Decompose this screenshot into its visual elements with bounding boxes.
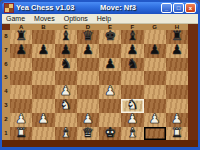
square-h5[interactable] (166, 71, 188, 85)
white-bishop[interactable]: ♝ (55, 126, 77, 140)
white-rook[interactable]: ♜ (10, 126, 32, 140)
white-pawn[interactable]: ♟ (10, 112, 32, 126)
square-c1[interactable]: ♝ (55, 127, 77, 141)
square-e3[interactable] (99, 99, 121, 113)
square-d1[interactable]: ♛ (77, 127, 99, 141)
title-bar[interactable]: Yea Chess v1.03 Move: Nf3 _ □ x (2, 2, 198, 14)
black-pawn[interactable]: ♟ (99, 57, 121, 71)
chessboard-icon (4, 3, 14, 13)
minimize-button[interactable]: _ (161, 3, 172, 13)
window-title: Yea Chess v1.03 (16, 2, 74, 14)
square-a1[interactable]: ♜ (10, 127, 32, 141)
rank-label-1: 1 (2, 127, 10, 141)
square-g1[interactable] (144, 127, 166, 141)
rank-label-3: 3 (2, 99, 10, 113)
square-f6[interactable]: ♞ (121, 58, 143, 72)
board-right-margin (188, 24, 198, 140)
square-g7[interactable]: ♟ (144, 44, 166, 58)
white-king[interactable]: ♚ (99, 126, 121, 140)
close-button[interactable]: x (185, 3, 196, 13)
square-d5[interactable] (77, 71, 99, 85)
square-a5[interactable] (10, 71, 32, 85)
square-h1[interactable]: ♜ (166, 127, 188, 141)
window-controls: _ □ x (161, 3, 196, 13)
square-b2[interactable]: ♟ (32, 113, 54, 127)
square-b1[interactable] (32, 127, 54, 141)
black-rook[interactable]: ♜ (166, 29, 188, 43)
menu-moves[interactable]: Moves (34, 14, 55, 23)
square-h4[interactable] (166, 85, 188, 99)
chess-board[interactable]: ♜♝♛♚♝♜♟♟♟♟♟♟♟♞♟♞♟♟♞♞♟♟♟♟♟♟♜♝♛♚♝♜ (10, 30, 188, 140)
black-pawn[interactable]: ♟ (77, 43, 99, 57)
square-b5[interactable] (32, 71, 54, 85)
black-pawn[interactable]: ♟ (10, 43, 32, 57)
black-knight[interactable]: ♞ (121, 57, 143, 71)
rank-label-4: 4 (2, 85, 10, 99)
black-pawn[interactable]: ♟ (144, 43, 166, 57)
square-d7[interactable]: ♟ (77, 44, 99, 58)
rank-labels: 87654321 (2, 30, 10, 140)
black-king[interactable]: ♚ (99, 29, 121, 43)
rank-label-2: 2 (2, 113, 10, 127)
square-d4[interactable] (77, 85, 99, 99)
white-pawn[interactable]: ♟ (32, 112, 54, 126)
white-rook[interactable]: ♜ (166, 126, 188, 140)
white-queen[interactable]: ♛ (77, 126, 99, 140)
black-pawn[interactable]: ♟ (32, 43, 54, 57)
rank-label-5: 5 (2, 71, 10, 85)
white-knight[interactable]: ♞ (121, 98, 143, 112)
square-b4[interactable] (32, 85, 54, 99)
square-g5[interactable] (144, 71, 166, 85)
white-pawn[interactable]: ♟ (121, 112, 143, 126)
white-pawn[interactable]: ♟ (144, 112, 166, 126)
black-pawn[interactable]: ♟ (121, 43, 143, 57)
square-g4[interactable] (144, 85, 166, 99)
menu-options[interactable]: Options (64, 14, 88, 23)
square-g2[interactable]: ♟ (144, 113, 166, 127)
square-b7[interactable]: ♟ (32, 44, 54, 58)
square-b6[interactable] (32, 58, 54, 72)
square-a6[interactable] (10, 58, 32, 72)
square-h7[interactable]: ♟ (166, 44, 188, 58)
board-bottom-margin (2, 140, 198, 149)
rank-label-6: 6 (2, 58, 10, 72)
rank-label-7: 7 (2, 44, 10, 58)
menu-bar: Game Moves Options Help (2, 14, 198, 24)
square-c6[interactable]: ♞ (55, 58, 77, 72)
white-knight[interactable]: ♞ (55, 98, 77, 112)
black-pawn[interactable]: ♟ (166, 43, 188, 57)
menu-help[interactable]: Help (97, 14, 111, 23)
black-bishop[interactable]: ♝ (121, 29, 143, 43)
square-e8[interactable]: ♚ (99, 30, 121, 44)
square-e1[interactable]: ♚ (99, 127, 121, 141)
black-pawn[interactable]: ♟ (55, 43, 77, 57)
square-e4[interactable]: ♟ (99, 85, 121, 99)
square-d6[interactable] (77, 58, 99, 72)
white-pawn[interactable]: ♟ (77, 112, 99, 126)
white-pawn[interactable]: ♟ (99, 84, 121, 98)
black-bishop[interactable]: ♝ (55, 29, 77, 43)
black-queen[interactable]: ♛ (77, 29, 99, 43)
move-indicator: Move: Nf3 (100, 2, 136, 14)
white-pawn[interactable]: ♟ (166, 112, 188, 126)
black-rook[interactable]: ♜ (10, 29, 32, 43)
square-g6[interactable] (144, 58, 166, 72)
square-f1[interactable]: ♝ (121, 127, 143, 141)
square-c3[interactable]: ♞ (55, 99, 77, 113)
white-bishop[interactable]: ♝ (121, 126, 143, 140)
rank-label-8: 8 (2, 30, 10, 44)
square-f5[interactable] (121, 71, 143, 85)
square-a4[interactable] (10, 85, 32, 99)
maximize-button[interactable]: □ (173, 3, 184, 13)
square-e6[interactable]: ♟ (99, 58, 121, 72)
black-knight[interactable]: ♞ (55, 57, 77, 71)
app-window: Yea Chess v1.03 Move: Nf3 _ □ x Game Mov… (0, 0, 200, 150)
square-a7[interactable]: ♟ (10, 44, 32, 58)
square-h6[interactable] (166, 58, 188, 72)
menu-game[interactable]: Game (6, 14, 25, 23)
board-area: ABCDEFGH 87654321 ♜♝♛♚♝♜♟♟♟♟♟♟♟♞♟♞♟♟♞♞♟♟… (2, 24, 198, 149)
